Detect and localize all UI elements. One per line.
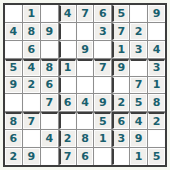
cell-r5c1: 9 (5, 77, 22, 94)
cell-r5c9: 1 (148, 77, 165, 94)
cell-r1c4: 4 (59, 5, 76, 22)
cell-r4c5[interactable] (77, 59, 94, 76)
cell-r4c2: 4 (23, 59, 40, 76)
cell-r6c5: 4 (77, 94, 94, 111)
cell-r7c7: 6 (112, 112, 129, 129)
cell-r9c2: 9 (23, 148, 40, 165)
cell-r3c1[interactable] (5, 41, 22, 58)
cell-r5c2: 2 (23, 77, 40, 94)
cell-r3c7: 1 (112, 41, 129, 58)
cell-r4c3: 8 (41, 59, 58, 76)
cell-r7c6: 5 (94, 112, 111, 129)
cell-r2c8: 2 (130, 23, 147, 40)
cell-r1c2: 1 (23, 5, 40, 22)
cell-r9c6[interactable] (94, 148, 111, 165)
cell-r6c2[interactable] (23, 94, 40, 111)
cell-r7c4[interactable] (59, 112, 76, 129)
cell-r6c8: 5 (130, 94, 147, 111)
cell-r4c9: 3 (148, 59, 165, 76)
cell-r3c5: 9 (77, 41, 94, 58)
cell-r6c4: 6 (59, 94, 76, 111)
cell-r5c4[interactable] (59, 77, 76, 94)
cell-r8c7: 3 (112, 130, 129, 147)
cell-r5c6[interactable] (94, 77, 111, 94)
cell-r1c9: 9 (148, 5, 165, 22)
cell-r1c7: 5 (112, 5, 129, 22)
cell-r9c3[interactable] (41, 148, 58, 165)
cell-r3c6[interactable] (94, 41, 111, 58)
sudoku-board: 1476594893726913454817939267176492588756… (3, 3, 167, 167)
cell-r7c2: 7 (23, 112, 40, 129)
cell-r1c8[interactable] (130, 5, 147, 22)
cell-r2c4[interactable] (59, 23, 76, 40)
cell-r9c9: 5 (148, 148, 165, 165)
cell-r8c1: 6 (5, 130, 22, 147)
cell-r9c8: 1 (130, 148, 147, 165)
cell-r2c6: 3 (94, 23, 111, 40)
cell-r4c6: 7 (94, 59, 111, 76)
cell-r8c6: 1 (94, 130, 111, 147)
cell-r8c3: 4 (41, 130, 58, 147)
cell-r3c2: 6 (23, 41, 40, 58)
cell-r4c4: 1 (59, 59, 76, 76)
cell-r7c5[interactable] (77, 112, 94, 129)
cell-r4c1: 5 (5, 59, 22, 76)
cell-r2c1: 4 (5, 23, 22, 40)
cell-r1c5: 7 (77, 5, 94, 22)
cell-r1c6: 6 (94, 5, 111, 22)
cell-r5c7[interactable] (112, 77, 129, 94)
cell-r3c9: 4 (148, 41, 165, 58)
cell-r8c8: 9 (130, 130, 147, 147)
cell-r6c6: 9 (94, 94, 111, 111)
cell-r7c3[interactable] (41, 112, 58, 129)
cell-r9c7[interactable] (112, 148, 129, 165)
cell-r2c2: 8 (23, 23, 40, 40)
cell-r9c5: 6 (77, 148, 94, 165)
cell-r8c4: 2 (59, 130, 76, 147)
cell-r8c5: 8 (77, 130, 94, 147)
cell-r5c5[interactable] (77, 77, 94, 94)
cell-r3c4[interactable] (59, 41, 76, 58)
cell-r3c8: 3 (130, 41, 147, 58)
cell-r6c9: 8 (148, 94, 165, 111)
cell-r3c3[interactable] (41, 41, 58, 58)
cell-r1c3[interactable] (41, 5, 58, 22)
cell-r6c1[interactable] (5, 94, 22, 111)
cell-r6c7: 2 (112, 94, 129, 111)
cell-r9c1: 2 (5, 148, 22, 165)
cell-r1c1[interactable] (5, 5, 22, 22)
cell-r8c9[interactable] (148, 130, 165, 147)
cell-r4c7: 9 (112, 59, 129, 76)
cell-r7c9: 2 (148, 112, 165, 129)
cell-r9c4: 7 (59, 148, 76, 165)
cell-r8c2[interactable] (23, 130, 40, 147)
cell-r5c8: 7 (130, 77, 147, 94)
cell-r2c7: 7 (112, 23, 129, 40)
cell-r7c1: 8 (5, 112, 22, 129)
sudoku-board-container: 1476594893726913454817939267176492588756… (3, 3, 167, 167)
cell-r6c3: 7 (41, 94, 58, 111)
cell-r5c3: 6 (41, 77, 58, 94)
cell-r2c3: 9 (41, 23, 58, 40)
cell-r4c8[interactable] (130, 59, 147, 76)
cell-r7c8: 4 (130, 112, 147, 129)
cell-r2c5[interactable] (77, 23, 94, 40)
cell-r2c9[interactable] (148, 23, 165, 40)
